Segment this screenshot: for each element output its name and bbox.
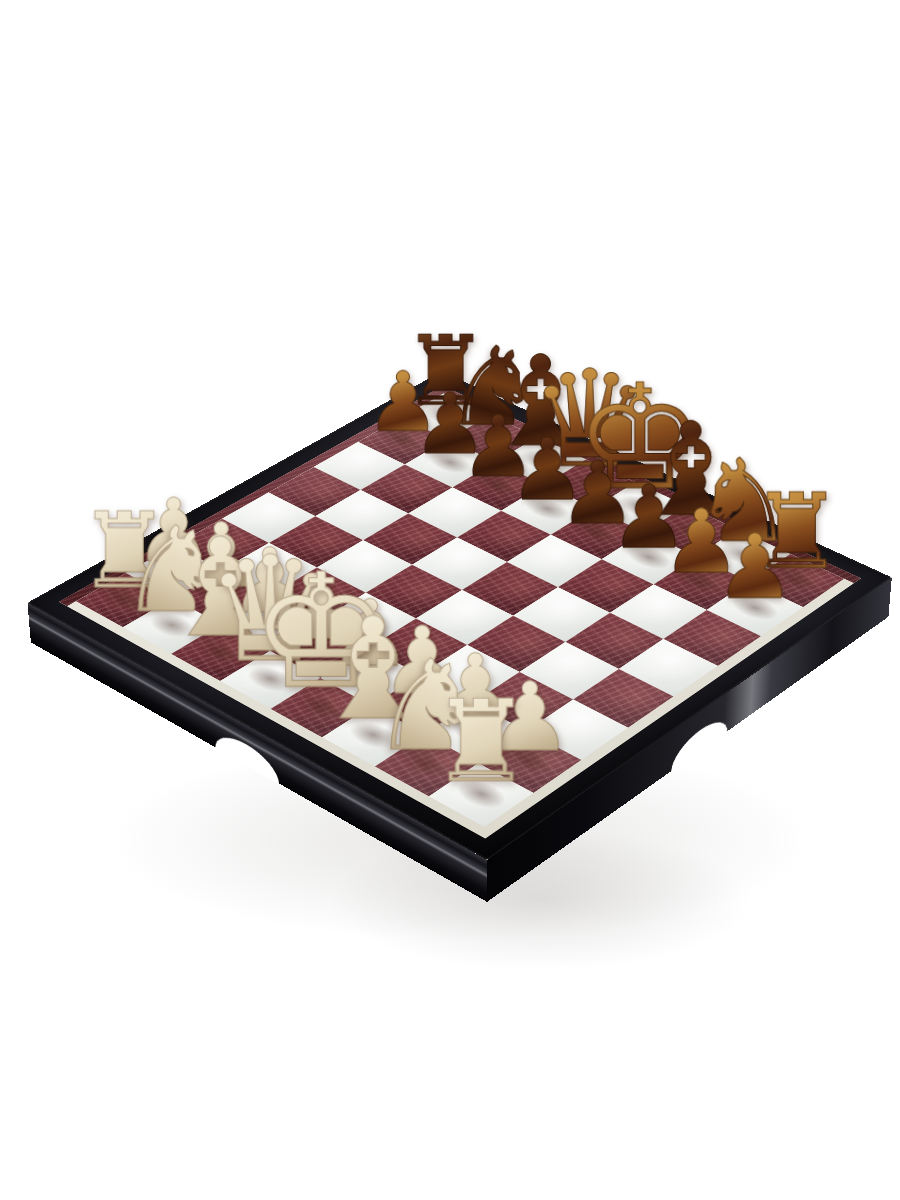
black-pawn-icon: ♟ bbox=[715, 523, 795, 612]
chess-scene: ♜♞♝♛♚♝♞♜♟♟♟♟♟♟♟♟♟♟♟♟♟♟♟♟♜♞♝♛♚♝♞♜ bbox=[0, 0, 900, 1200]
product-photo-stage: ♜♞♝♛♚♝♞♜♟♟♟♟♟♟♟♟♟♟♟♟♟♟♟♟♜♞♝♛♚♝♞♜ bbox=[0, 0, 900, 1200]
chess-board: ♜♞♝♛♚♝♞♜♟♟♟♟♟♟♟♟♟♟♟♟♟♟♟♟♜♞♝♛♚♝♞♜ bbox=[27, 371, 891, 860]
white-rook-icon: ♜ bbox=[430, 685, 532, 798]
